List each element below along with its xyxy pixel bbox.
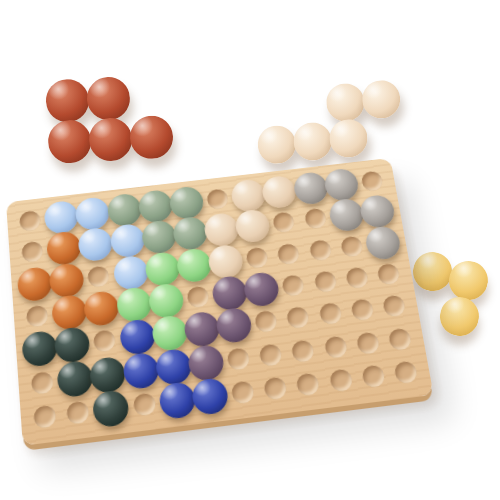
piece-cell xyxy=(89,118,132,161)
board-hole xyxy=(360,170,383,191)
board-hole xyxy=(350,299,374,322)
piece-cell xyxy=(254,89,293,128)
board-cell xyxy=(155,348,191,386)
orange-ball xyxy=(46,230,82,266)
light-green-ball xyxy=(147,282,185,319)
sage-green-ball xyxy=(137,189,173,224)
piece-cell xyxy=(362,80,401,119)
board-cell xyxy=(262,175,297,209)
board-cell xyxy=(370,256,407,292)
piece-cell xyxy=(87,77,130,120)
board-cell xyxy=(297,202,333,237)
cream-ball xyxy=(361,79,402,120)
board-hole xyxy=(382,295,406,318)
board-hole xyxy=(318,303,342,326)
board-hole xyxy=(231,381,255,405)
plum-purple-ball xyxy=(183,311,221,349)
light-green-ball xyxy=(115,286,152,323)
loose-piece-cream xyxy=(254,80,404,164)
board-hole xyxy=(21,241,43,263)
board-cell xyxy=(312,296,349,333)
piece-cell xyxy=(46,79,89,122)
board-cell xyxy=(25,364,60,402)
board-hole xyxy=(206,188,229,210)
sage-green-ball xyxy=(140,219,177,255)
rust-red-ball xyxy=(88,117,133,162)
board-hole xyxy=(282,274,306,297)
board-hole xyxy=(33,405,56,429)
board-cell xyxy=(152,315,188,352)
board-cell xyxy=(387,354,425,392)
board-cell xyxy=(359,194,395,228)
board-cell xyxy=(126,386,163,424)
piece-cell xyxy=(290,86,329,125)
cream-ball xyxy=(292,121,333,162)
board-cell xyxy=(280,300,317,337)
royal-blue-ball xyxy=(191,377,230,416)
light-green-ball xyxy=(144,251,181,287)
beige-ball xyxy=(203,212,240,248)
dark-teal-ball xyxy=(92,389,130,428)
piece-cell xyxy=(365,116,404,155)
board-hole xyxy=(329,369,354,393)
board-hole xyxy=(313,270,337,293)
board-hole xyxy=(361,365,386,389)
orange-ball xyxy=(51,294,88,331)
board-cell xyxy=(93,390,129,428)
piece-cell xyxy=(326,83,365,122)
royal-blue-ball xyxy=(158,381,197,420)
board-hole xyxy=(19,210,41,232)
board-cell xyxy=(45,200,79,235)
light-blue-ball xyxy=(78,227,114,263)
board-cell xyxy=(184,311,220,348)
board-cell xyxy=(52,294,87,330)
gray-ball xyxy=(364,225,403,261)
board-cell xyxy=(169,185,204,219)
board-cell xyxy=(180,279,216,315)
board-cell xyxy=(266,205,302,240)
orange-ball xyxy=(83,290,120,327)
dark-teal-ball xyxy=(54,326,91,364)
board-cell xyxy=(289,366,327,404)
light-blue-ball xyxy=(112,254,149,290)
board-cell xyxy=(188,344,225,382)
board-hole xyxy=(393,361,418,385)
board-hole xyxy=(93,330,116,353)
light-blue-ball xyxy=(44,199,80,234)
board-cell xyxy=(47,231,81,266)
dark-teal-ball xyxy=(21,330,58,368)
board-cell xyxy=(57,360,93,398)
sage-green-ball xyxy=(168,185,205,220)
board-hole xyxy=(272,211,295,233)
dark-teal-ball xyxy=(56,360,94,399)
beige-ball xyxy=(207,243,245,279)
board-cell xyxy=(220,340,257,377)
piece-cell xyxy=(437,294,482,339)
rust-red-ball xyxy=(47,119,92,164)
board-cell xyxy=(200,182,235,216)
board-cell xyxy=(119,319,155,356)
board-cell xyxy=(15,234,49,269)
board-cell xyxy=(60,394,96,433)
board-hole xyxy=(87,265,110,288)
board-cell xyxy=(76,196,110,230)
board-hole xyxy=(259,343,283,367)
piece-cell xyxy=(329,119,368,158)
board-cell xyxy=(173,216,208,251)
board-hole-grid xyxy=(13,164,425,436)
board-cell xyxy=(192,378,229,416)
board-hole xyxy=(26,305,49,328)
board-cell xyxy=(244,271,280,307)
board-hole xyxy=(308,239,332,261)
board-cell xyxy=(145,251,180,287)
light-blue-ball xyxy=(109,223,146,259)
board-cell xyxy=(212,275,248,311)
board-cell xyxy=(333,229,370,264)
board-cell xyxy=(27,398,63,437)
orange-ball xyxy=(49,262,86,299)
board-hole xyxy=(66,401,89,425)
board-hole xyxy=(246,246,269,268)
board-cell xyxy=(18,266,52,302)
board-cell xyxy=(81,258,116,294)
board-hole xyxy=(286,306,310,329)
cream-ball xyxy=(256,124,297,165)
rust-red-ball xyxy=(129,115,174,160)
board-hole xyxy=(388,328,413,351)
plum-purple-ball xyxy=(187,344,226,382)
board-cell xyxy=(141,220,176,255)
board-cell xyxy=(79,227,114,262)
board-cell xyxy=(375,288,413,324)
royal-blue-ball xyxy=(122,352,160,390)
board-hole xyxy=(345,267,369,290)
board-hole xyxy=(263,377,287,401)
board-cell xyxy=(107,193,141,227)
board-cell xyxy=(84,290,119,326)
board-cell xyxy=(322,362,360,400)
piece-cell xyxy=(48,120,91,163)
board-cell xyxy=(293,171,329,205)
board-cell xyxy=(275,268,312,304)
board-cell xyxy=(323,168,359,202)
board-cell xyxy=(252,336,289,373)
board-cell xyxy=(204,212,239,247)
board-hole xyxy=(376,263,400,286)
board-cell xyxy=(110,223,145,258)
board-cell xyxy=(231,178,266,212)
piece-cell xyxy=(130,116,173,159)
royal-blue-ball xyxy=(154,348,192,386)
board-hole xyxy=(132,393,156,417)
board-cell xyxy=(328,198,364,233)
board-hole xyxy=(254,310,278,333)
board-cell xyxy=(148,283,184,319)
board-cell xyxy=(302,232,338,267)
sage-green-ball xyxy=(172,216,209,252)
piece-cell xyxy=(293,122,332,161)
board-cell xyxy=(216,307,252,344)
board-cell xyxy=(123,352,159,390)
board-cell xyxy=(22,331,57,368)
plum-purple-ball xyxy=(211,275,249,312)
light-green-ball xyxy=(151,315,189,353)
piece-cell xyxy=(257,125,296,164)
light-blue-ball xyxy=(75,196,111,231)
board-cell xyxy=(248,304,285,341)
plum-purple-ball xyxy=(215,307,253,345)
board-cell xyxy=(55,327,90,364)
board-cell xyxy=(50,262,85,298)
board-cell xyxy=(20,298,55,335)
board-cell xyxy=(271,236,307,271)
board-cell xyxy=(307,264,344,300)
board-hole xyxy=(226,347,250,371)
board-cell xyxy=(224,374,261,412)
light-green-ball xyxy=(175,247,212,283)
rust-red-ball xyxy=(45,78,90,123)
board-cell xyxy=(90,356,126,394)
board-cell xyxy=(159,382,196,420)
board-cell xyxy=(317,329,354,366)
board-cell xyxy=(235,209,271,244)
board-cell xyxy=(257,370,294,408)
royal-blue-ball xyxy=(118,319,156,357)
board-cell xyxy=(285,332,322,369)
rust-red-ball xyxy=(86,76,131,121)
board-cell xyxy=(113,255,148,291)
board-hole xyxy=(355,331,379,354)
dark-teal-ball xyxy=(89,356,127,395)
board-cell xyxy=(176,247,212,283)
board-hole xyxy=(340,235,364,257)
board-hole xyxy=(296,373,320,397)
board-cell xyxy=(138,189,173,223)
board-cell xyxy=(13,203,47,238)
board-hole xyxy=(277,243,300,265)
cream-ball xyxy=(328,118,369,159)
board-cell xyxy=(354,164,390,198)
cream-ball xyxy=(325,82,366,123)
piece-cell xyxy=(128,75,171,118)
board-cell xyxy=(87,323,123,360)
board-hole xyxy=(31,371,54,395)
product-photo xyxy=(0,0,500,500)
board-cell xyxy=(381,321,419,358)
board-cell xyxy=(208,243,244,278)
loose-piece-rust-red xyxy=(46,75,173,163)
sage-green-ball xyxy=(106,192,142,227)
board-hole xyxy=(291,339,315,363)
board-cell xyxy=(364,225,401,260)
orange-ball xyxy=(17,266,53,303)
board-hole xyxy=(323,335,347,358)
board-cell xyxy=(116,287,151,323)
puzzle-board xyxy=(6,158,434,446)
gray-ball xyxy=(358,194,396,229)
board-hole xyxy=(304,208,327,230)
board-hole xyxy=(186,286,209,309)
board-cell xyxy=(239,240,275,275)
